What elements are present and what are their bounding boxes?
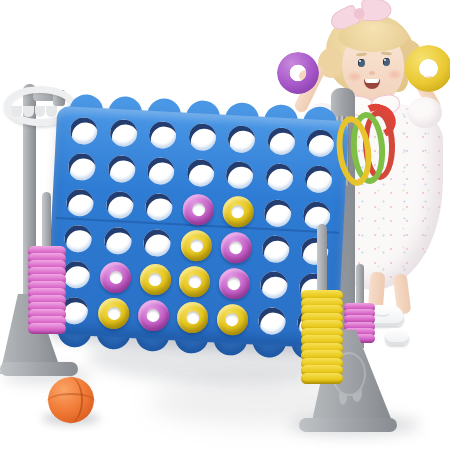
board-hole: [303, 201, 331, 229]
board-hole: [149, 120, 177, 148]
cell-r6c5: [212, 299, 253, 337]
cell-r3c5: [217, 192, 258, 230]
child-eye: [358, 59, 365, 67]
magenta-disc: [182, 193, 215, 226]
cell-r1c7: [300, 124, 341, 162]
board-hole: [145, 192, 173, 220]
board-hole: [64, 224, 92, 252]
yellow-disc: [178, 265, 211, 298]
yellow-disc: [180, 229, 213, 262]
child-shoe: [385, 328, 409, 345]
board-hole: [186, 158, 214, 186]
cell-r6c3: [133, 295, 174, 333]
cell-r2c4: [180, 154, 221, 192]
cell-r5c2: [95, 257, 136, 295]
board-grid: [54, 111, 341, 341]
purple-toss-ring: [277, 52, 319, 94]
board-hole: [226, 160, 254, 188]
child-eye: [383, 58, 390, 66]
cell-r5c3: [135, 259, 176, 297]
cell-r3c6: [257, 194, 298, 232]
front-left-pink-stack: [28, 246, 66, 334]
magenta-disc: [218, 267, 251, 300]
board-hole: [188, 122, 216, 150]
cell-r6c4: [172, 297, 213, 335]
board-hole: [70, 116, 98, 144]
cell-r1c2: [103, 113, 144, 151]
cell-r6c2: [93, 293, 134, 331]
cell-r2c2: [101, 149, 142, 187]
board-hole: [265, 163, 293, 191]
front-right-yellow-stack-ring: [301, 373, 343, 384]
magenta-disc: [100, 261, 133, 294]
cell-r3c2: [99, 185, 140, 223]
magenta-disc: [137, 299, 170, 332]
cell-r2c3: [140, 151, 181, 189]
board-hole: [105, 190, 133, 218]
cell-r2c7: [298, 160, 339, 198]
cell-r1c3: [142, 116, 183, 154]
cell-r3c3: [138, 187, 179, 225]
child-nose: [369, 71, 375, 75]
cell-r5c4: [174, 261, 215, 299]
magenta-disc: [220, 231, 253, 264]
cell-r2c6: [259, 158, 300, 196]
board-hole: [143, 228, 171, 256]
product-photo-scene: [0, 0, 450, 450]
cell-r2c1: [61, 147, 102, 185]
cell-r4c2: [97, 221, 138, 259]
board-hole: [147, 156, 175, 184]
child-cheek: [389, 71, 400, 78]
cell-r2c5: [219, 156, 260, 194]
board-hole: [109, 118, 137, 146]
board-hole: [306, 129, 334, 157]
orange-ball: [48, 377, 94, 423]
board-hole: [104, 226, 132, 254]
cell-r5c6: [253, 266, 294, 304]
board-hole: [107, 154, 135, 182]
dress-sleeve: [408, 97, 442, 128]
cell-r4c5: [215, 228, 256, 266]
board-hole: [305, 165, 333, 193]
child-teeth: [365, 79, 379, 83]
board-hole: [228, 124, 256, 152]
hoop-net-rim: [11, 106, 57, 117]
cell-r3c1: [60, 183, 101, 221]
yellow-disc: [222, 196, 255, 229]
yellow-disc: [139, 263, 172, 296]
cell-r5c5: [214, 263, 255, 301]
board-hole: [68, 152, 96, 180]
cell-r4c6: [255, 230, 296, 268]
bow-right-wing: [361, 0, 391, 21]
cell-r1c6: [261, 122, 302, 160]
right-base-foot: [299, 418, 397, 432]
child-cheek: [349, 73, 360, 80]
cell-r4c7: [294, 232, 335, 270]
board-hole: [263, 198, 291, 226]
cell-r1c5: [221, 120, 262, 158]
cell-r4c4: [176, 225, 217, 263]
left-base-foot: [0, 362, 78, 376]
board-hole: [259, 270, 287, 298]
cell-r6c6: [251, 301, 292, 339]
yellow-disc: [216, 303, 249, 336]
cell-r3c4: [178, 190, 219, 228]
board-hole: [267, 127, 295, 155]
front-right-yellow-stack: [301, 290, 343, 384]
cell-r1c1: [63, 111, 104, 149]
front-left-pink-stack-ring: [28, 323, 66, 334]
yellow-disc: [177, 301, 210, 334]
board-hole: [62, 260, 90, 288]
board-hole: [66, 188, 94, 216]
board-hole: [258, 306, 286, 334]
cell-r4c3: [137, 223, 178, 261]
yellow-disc: [98, 297, 131, 330]
cell-r1c4: [182, 118, 223, 156]
yellow-toss-ring: [405, 45, 450, 92]
child-fringe: [338, 22, 408, 52]
board-hole: [261, 234, 289, 262]
